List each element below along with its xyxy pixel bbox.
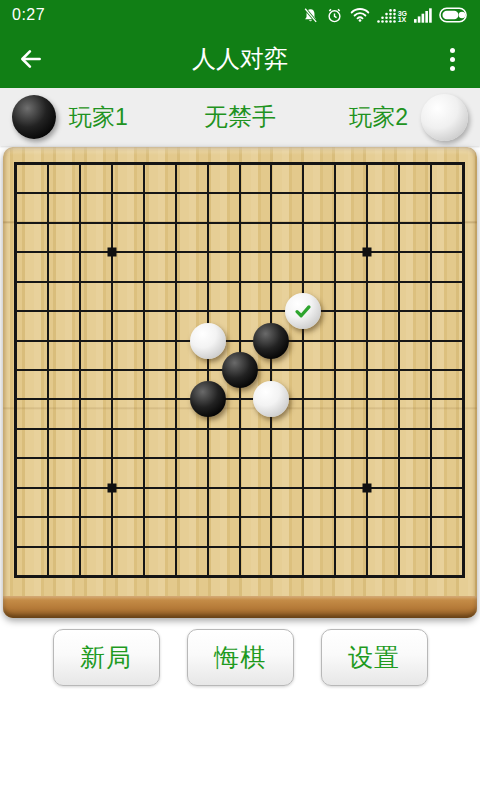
star-point: [107, 483, 116, 492]
alarm-icon: [326, 7, 343, 24]
player2-group: 玩家2: [349, 94, 468, 141]
star-point: [363, 483, 372, 492]
star-point: [363, 248, 372, 257]
white-stone: [190, 323, 226, 359]
clock-time: 0:27: [12, 6, 45, 24]
menu-dot: [450, 48, 455, 53]
menu-dot: [450, 57, 455, 62]
black-stone: [190, 381, 226, 417]
status-icons: 3G 1X: [302, 7, 468, 24]
notifications-off-icon: [302, 7, 319, 24]
last-move-check-icon: [292, 300, 314, 322]
board-grid: [3, 147, 477, 618]
signal-bars-icon: [414, 8, 432, 23]
wifi-icon: [350, 7, 370, 23]
page-title: 人人对弈: [0, 43, 480, 75]
network-type-label: 3G 1X: [398, 11, 407, 23]
player2-white-stone-icon: [421, 94, 468, 141]
menu-dot: [450, 66, 455, 71]
status-bar: 0:27: [0, 0, 480, 30]
new-game-button[interactable]: 新局: [53, 629, 160, 686]
settings-button[interactable]: 设置: [321, 629, 428, 686]
player1-black-stone-icon: [12, 95, 56, 139]
undo-move-button[interactable]: 悔棋: [187, 629, 294, 686]
battery-icon: [439, 7, 468, 23]
white-stone-last-move: [285, 293, 321, 329]
back-button[interactable]: [16, 44, 46, 74]
action-buttons-bar: 新局 悔棋 设置: [0, 627, 480, 687]
mobile-data-dots-icon: 3G 1X: [377, 7, 407, 23]
white-stone: [253, 381, 289, 417]
star-point: [107, 248, 116, 257]
player-bar: 玩家1 无禁手 玩家2: [0, 88, 480, 146]
gomoku-board[interactable]: [3, 147, 477, 618]
player2-name: 玩家2: [349, 102, 408, 133]
overflow-menu-button[interactable]: [440, 44, 464, 74]
black-stone: [253, 323, 289, 359]
board-wooden-edge: [3, 596, 477, 618]
black-stone: [222, 352, 258, 388]
player1-name: 玩家1: [69, 102, 128, 133]
app-bar: 人人对弈: [0, 30, 480, 88]
player1-group: 玩家1: [12, 95, 128, 139]
